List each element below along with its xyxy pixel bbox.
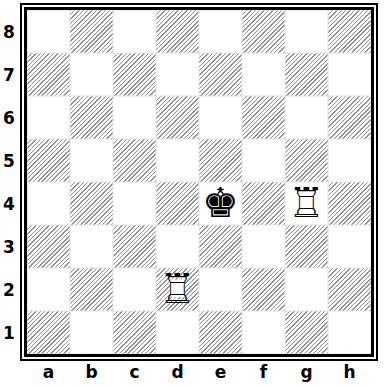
square-c5[interactable] — [113, 139, 156, 182]
square-e1[interactable] — [199, 311, 242, 354]
square-e6[interactable] — [199, 96, 242, 139]
square-b8[interactable] — [70, 10, 113, 53]
square-b5[interactable] — [70, 139, 113, 182]
file-label-b: b — [70, 362, 113, 382]
square-f3[interactable] — [242, 225, 285, 268]
square-b2[interactable] — [70, 268, 113, 311]
square-f5[interactable] — [242, 139, 285, 182]
rank-label-4: 4 — [0, 182, 18, 225]
square-f4[interactable] — [242, 182, 285, 225]
square-a4[interactable] — [27, 182, 70, 225]
square-d6[interactable] — [156, 96, 199, 139]
white-rook[interactable]: ♖ — [156, 268, 199, 311]
square-a8[interactable] — [27, 10, 70, 53]
square-b1[interactable] — [70, 311, 113, 354]
file-label-d: d — [156, 362, 199, 382]
square-g3[interactable] — [285, 225, 328, 268]
square-h8[interactable] — [328, 10, 371, 53]
square-c1[interactable] — [113, 311, 156, 354]
file-label-e: e — [199, 362, 242, 382]
square-f2[interactable] — [242, 268, 285, 311]
file-labels: abcdefgh — [27, 362, 371, 382]
square-h4[interactable] — [328, 182, 371, 225]
square-g6[interactable] — [285, 96, 328, 139]
rank-label-3: 3 — [0, 225, 18, 268]
square-a6[interactable] — [27, 96, 70, 139]
square-d8[interactable] — [156, 10, 199, 53]
square-b7[interactable] — [70, 53, 113, 96]
square-d3[interactable] — [156, 225, 199, 268]
rank-labels: 87654321 — [0, 10, 18, 354]
file-label-g: g — [285, 362, 328, 382]
rank-label-8: 8 — [0, 10, 18, 53]
square-d7[interactable] — [156, 53, 199, 96]
square-b3[interactable] — [70, 225, 113, 268]
white-rook[interactable]: ♖ — [285, 182, 328, 225]
square-e5[interactable] — [199, 139, 242, 182]
square-d4[interactable] — [156, 182, 199, 225]
file-label-a: a — [27, 362, 70, 382]
square-c2[interactable] — [113, 268, 156, 311]
square-a2[interactable] — [27, 268, 70, 311]
square-c4[interactable] — [113, 182, 156, 225]
square-h3[interactable] — [328, 225, 371, 268]
square-e4[interactable]: ♚ — [199, 182, 242, 225]
black-king[interactable]: ♚ — [199, 182, 242, 225]
square-h1[interactable] — [328, 311, 371, 354]
square-f7[interactable] — [242, 53, 285, 96]
square-e8[interactable] — [199, 10, 242, 53]
square-e3[interactable] — [199, 225, 242, 268]
board-grid: ♚♜♖♜♖ — [27, 10, 371, 354]
square-b4[interactable] — [70, 182, 113, 225]
square-g7[interactable] — [285, 53, 328, 96]
square-e2[interactable] — [199, 268, 242, 311]
square-d2[interactable]: ♜♖ — [156, 268, 199, 311]
square-h7[interactable] — [328, 53, 371, 96]
rank-label-5: 5 — [0, 139, 18, 182]
file-label-f: f — [242, 362, 285, 382]
square-h6[interactable] — [328, 96, 371, 139]
square-d5[interactable] — [156, 139, 199, 182]
square-g8[interactable] — [285, 10, 328, 53]
square-a7[interactable] — [27, 53, 70, 96]
file-label-h: h — [328, 362, 371, 382]
rank-label-2: 2 — [0, 268, 18, 311]
square-c3[interactable] — [113, 225, 156, 268]
square-c8[interactable] — [113, 10, 156, 53]
square-d1[interactable] — [156, 311, 199, 354]
chess-board: ♚♜♖♜♖ — [20, 3, 378, 361]
chess-diagram: 87654321 ♚♜♖♜♖ abcdefgh — [0, 0, 384, 387]
square-h5[interactable] — [328, 139, 371, 182]
square-h2[interactable] — [328, 268, 371, 311]
board-inner-border: ♚♜♖♜♖ — [24, 7, 374, 357]
square-a3[interactable] — [27, 225, 70, 268]
square-b6[interactable] — [70, 96, 113, 139]
square-e7[interactable] — [199, 53, 242, 96]
square-c6[interactable] — [113, 96, 156, 139]
square-g1[interactable] — [285, 311, 328, 354]
file-label-c: c — [113, 362, 156, 382]
square-g5[interactable] — [285, 139, 328, 182]
square-f1[interactable] — [242, 311, 285, 354]
square-g2[interactable] — [285, 268, 328, 311]
rank-label-1: 1 — [0, 311, 18, 354]
rank-label-7: 7 — [0, 53, 18, 96]
square-g4[interactable]: ♜♖ — [285, 182, 328, 225]
rank-label-6: 6 — [0, 96, 18, 139]
square-f8[interactable] — [242, 10, 285, 53]
square-c7[interactable] — [113, 53, 156, 96]
square-f6[interactable] — [242, 96, 285, 139]
square-a5[interactable] — [27, 139, 70, 182]
square-a1[interactable] — [27, 311, 70, 354]
